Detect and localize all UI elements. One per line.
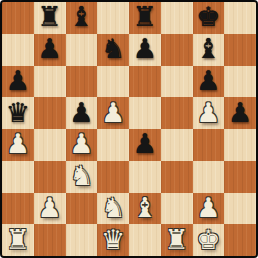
piece-white-pawn[interactable]: ♟ — [38, 194, 62, 221]
square-f5[interactable] — [161, 97, 193, 129]
square-d8[interactable] — [97, 2, 129, 34]
square-a7[interactable] — [2, 34, 34, 66]
square-e6[interactable] — [129, 66, 161, 98]
square-h2[interactable] — [224, 193, 256, 225]
square-h4[interactable] — [224, 129, 256, 161]
square-g6[interactable]: ♟ — [193, 66, 225, 98]
square-e5[interactable] — [129, 97, 161, 129]
square-d1[interactable]: ♛ — [97, 224, 129, 256]
square-e2[interactable]: ♝ — [129, 193, 161, 225]
piece-white-bishop[interactable]: ♝ — [133, 194, 157, 221]
square-e7[interactable]: ♟ — [129, 34, 161, 66]
square-b5[interactable] — [34, 97, 66, 129]
square-h6[interactable] — [224, 66, 256, 98]
square-a8[interactable] — [2, 2, 34, 34]
square-c1[interactable] — [66, 224, 98, 256]
piece-white-queen[interactable]: ♛ — [101, 226, 125, 253]
square-c5[interactable]: ♟ — [66, 97, 98, 129]
square-b7[interactable]: ♟ — [34, 34, 66, 66]
piece-black-bishop[interactable]: ♝ — [196, 35, 220, 62]
square-b1[interactable] — [34, 224, 66, 256]
piece-white-king[interactable]: ♚ — [196, 226, 220, 253]
piece-black-pawn[interactable]: ♟ — [228, 99, 252, 126]
square-f1[interactable]: ♜ — [161, 224, 193, 256]
square-g2[interactable]: ♟ — [193, 193, 225, 225]
square-f6[interactable] — [161, 66, 193, 98]
square-d4[interactable] — [97, 129, 129, 161]
piece-black-pawn[interactable]: ♟ — [133, 35, 157, 62]
square-b8[interactable]: ♜ — [34, 2, 66, 34]
square-d7[interactable]: ♞ — [97, 34, 129, 66]
square-a6[interactable]: ♟ — [2, 66, 34, 98]
square-h5[interactable]: ♟ — [224, 97, 256, 129]
square-f2[interactable] — [161, 193, 193, 225]
square-f4[interactable] — [161, 129, 193, 161]
square-g1[interactable]: ♚ — [193, 224, 225, 256]
square-g4[interactable] — [193, 129, 225, 161]
square-a5[interactable]: ♛ — [2, 97, 34, 129]
piece-white-pawn[interactable]: ♟ — [69, 130, 93, 157]
piece-white-pawn[interactable]: ♟ — [196, 99, 220, 126]
square-c7[interactable] — [66, 34, 98, 66]
piece-white-rook[interactable]: ♜ — [165, 226, 189, 253]
chess-board: ♜♝♜♚♟♞♟♝♟♟♛♟♟♟♟♟♟♟♞♟♞♝♟♜♛♜♚ — [0, 0, 258, 258]
square-d3[interactable] — [97, 161, 129, 193]
piece-black-pawn[interactable]: ♟ — [38, 35, 62, 62]
square-e1[interactable] — [129, 224, 161, 256]
square-h8[interactable] — [224, 2, 256, 34]
square-a4[interactable]: ♟ — [2, 129, 34, 161]
square-c4[interactable]: ♟ — [66, 129, 98, 161]
square-d5[interactable]: ♟ — [97, 97, 129, 129]
piece-black-queen[interactable]: ♛ — [6, 99, 30, 126]
square-d6[interactable] — [97, 66, 129, 98]
square-h7[interactable] — [224, 34, 256, 66]
square-f3[interactable] — [161, 161, 193, 193]
piece-white-knight[interactable]: ♞ — [101, 194, 125, 221]
piece-black-pawn[interactable]: ♟ — [69, 99, 93, 126]
piece-white-knight[interactable]: ♞ — [69, 162, 93, 189]
piece-black-pawn[interactable]: ♟ — [196, 67, 220, 94]
square-b4[interactable] — [34, 129, 66, 161]
square-g5[interactable]: ♟ — [193, 97, 225, 129]
piece-white-pawn[interactable]: ♟ — [196, 194, 220, 221]
square-c6[interactable] — [66, 66, 98, 98]
chess-board-container: ♜♝♜♚♟♞♟♝♟♟♛♟♟♟♟♟♟♟♞♟♞♝♟♜♛♜♚ — [0, 0, 258, 258]
piece-white-rook[interactable]: ♜ — [6, 226, 30, 253]
piece-black-rook[interactable]: ♜ — [133, 3, 157, 30]
piece-black-pawn[interactable]: ♟ — [6, 67, 30, 94]
square-g8[interactable]: ♚ — [193, 2, 225, 34]
piece-white-pawn[interactable]: ♟ — [6, 130, 30, 157]
piece-black-pawn[interactable]: ♟ — [133, 130, 157, 157]
square-a3[interactable] — [2, 161, 34, 193]
piece-white-pawn[interactable]: ♟ — [101, 99, 125, 126]
square-h1[interactable] — [224, 224, 256, 256]
square-f7[interactable] — [161, 34, 193, 66]
square-a1[interactable]: ♜ — [2, 224, 34, 256]
square-c3[interactable]: ♞ — [66, 161, 98, 193]
square-d2[interactable]: ♞ — [97, 193, 129, 225]
square-b2[interactable]: ♟ — [34, 193, 66, 225]
square-g3[interactable] — [193, 161, 225, 193]
square-e3[interactable] — [129, 161, 161, 193]
square-c8[interactable]: ♝ — [66, 2, 98, 34]
piece-black-king[interactable]: ♚ — [196, 3, 220, 30]
square-g7[interactable]: ♝ — [193, 34, 225, 66]
piece-black-knight[interactable]: ♞ — [101, 35, 125, 62]
square-a2[interactable] — [2, 193, 34, 225]
square-e8[interactable]: ♜ — [129, 2, 161, 34]
square-h3[interactable] — [224, 161, 256, 193]
piece-black-bishop[interactable]: ♝ — [69, 3, 93, 30]
square-e4[interactable]: ♟ — [129, 129, 161, 161]
square-b3[interactable] — [34, 161, 66, 193]
square-f8[interactable] — [161, 2, 193, 34]
square-b6[interactable] — [34, 66, 66, 98]
square-c2[interactable] — [66, 193, 98, 225]
piece-black-rook[interactable]: ♜ — [38, 3, 62, 30]
